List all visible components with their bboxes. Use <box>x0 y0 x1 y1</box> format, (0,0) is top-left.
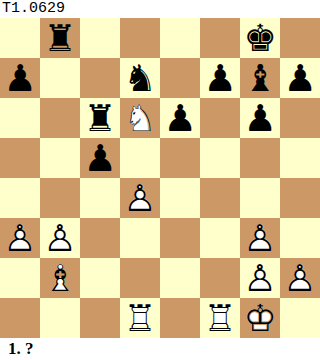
square-h1[interactable] <box>280 298 320 338</box>
square-a6[interactable] <box>0 98 40 138</box>
square-f5[interactable] <box>200 138 240 178</box>
move-prompt: 1. ? <box>0 338 320 360</box>
square-h8[interactable] <box>280 18 320 58</box>
white-piece-outline: ♙ <box>120 178 160 218</box>
black-pawn-icon[interactable]: ♟ <box>160 98 200 138</box>
white-pawn-icon[interactable]: ♟♙ <box>280 258 320 298</box>
square-f6[interactable] <box>200 98 240 138</box>
white-piece-outline: ♔ <box>240 298 280 338</box>
black-king-icon[interactable]: ♚ <box>240 18 280 58</box>
black-pawn-icon[interactable]: ♟ <box>0 58 40 98</box>
square-b1[interactable] <box>40 298 80 338</box>
square-f3[interactable] <box>200 218 240 258</box>
black-piece-glyph: ♚ <box>240 18 280 58</box>
black-piece-glyph: ♟ <box>80 138 120 178</box>
square-e1[interactable] <box>160 298 200 338</box>
white-piece-outline: ♙ <box>40 218 80 258</box>
black-knight-icon[interactable]: ♞ <box>120 58 160 98</box>
square-c7[interactable] <box>80 58 120 98</box>
black-piece-glyph: ♟ <box>280 58 320 98</box>
black-pawn-icon[interactable]: ♟ <box>280 58 320 98</box>
white-piece-outline: ♗ <box>40 258 80 298</box>
square-b5[interactable] <box>40 138 80 178</box>
square-a4[interactable] <box>0 178 40 218</box>
square-h6[interactable] <box>280 98 320 138</box>
square-b6[interactable] <box>40 98 80 138</box>
diagram-title: T1.0629 <box>0 0 320 18</box>
square-a3[interactable]: ♟♙ <box>0 218 40 258</box>
square-a1[interactable] <box>0 298 40 338</box>
square-g6[interactable]: ♟ <box>240 98 280 138</box>
square-c8[interactable] <box>80 18 120 58</box>
black-piece-glyph: ♝ <box>240 58 280 98</box>
square-d7[interactable]: ♞ <box>120 58 160 98</box>
black-piece-glyph: ♞ <box>120 58 160 98</box>
square-e8[interactable] <box>160 18 200 58</box>
black-piece-glyph: ♜ <box>80 98 120 138</box>
square-g2[interactable]: ♟♙ <box>240 258 280 298</box>
square-b7[interactable] <box>40 58 80 98</box>
white-piece-outline: ♙ <box>240 218 280 258</box>
white-piece-outline: ♖ <box>200 298 240 338</box>
square-d5[interactable] <box>120 138 160 178</box>
white-bishop-icon[interactable]: ♝♗ <box>40 258 80 298</box>
square-h4[interactable] <box>280 178 320 218</box>
square-d2[interactable] <box>120 258 160 298</box>
square-f2[interactable] <box>200 258 240 298</box>
black-rook-icon[interactable]: ♜ <box>40 18 80 58</box>
square-g1[interactable]: ♚♔ <box>240 298 280 338</box>
square-d4[interactable]: ♟♙ <box>120 178 160 218</box>
square-d1[interactable]: ♜♖ <box>120 298 160 338</box>
square-d6[interactable]: ♞♘ <box>120 98 160 138</box>
square-c4[interactable] <box>80 178 120 218</box>
square-d8[interactable] <box>120 18 160 58</box>
square-e5[interactable] <box>160 138 200 178</box>
black-piece-glyph: ♟ <box>200 58 240 98</box>
square-f4[interactable] <box>200 178 240 218</box>
black-pawn-icon[interactable]: ♟ <box>240 98 280 138</box>
square-e7[interactable] <box>160 58 200 98</box>
square-c5[interactable]: ♟ <box>80 138 120 178</box>
black-pawn-icon[interactable]: ♟ <box>80 138 120 178</box>
white-king-icon[interactable]: ♚♔ <box>240 298 280 338</box>
square-g7[interactable]: ♝ <box>240 58 280 98</box>
square-h7[interactable]: ♟ <box>280 58 320 98</box>
square-h3[interactable] <box>280 218 320 258</box>
white-piece-outline: ♙ <box>240 258 280 298</box>
square-b4[interactable] <box>40 178 80 218</box>
square-g5[interactable] <box>240 138 280 178</box>
white-pawn-icon[interactable]: ♟♙ <box>120 178 160 218</box>
white-piece-outline: ♙ <box>0 218 40 258</box>
white-rook-icon[interactable]: ♜♖ <box>200 298 240 338</box>
square-d3[interactable] <box>120 218 160 258</box>
square-c3[interactable] <box>80 218 120 258</box>
square-c6[interactable]: ♜ <box>80 98 120 138</box>
square-b2[interactable]: ♝♗ <box>40 258 80 298</box>
white-pawn-icon[interactable]: ♟♙ <box>240 258 280 298</box>
chess-diagram-page: T1.0629 ♜♚♟♞♟♝♟♜♞♘♟♟♟♟♙♟♙♟♙♟♙♝♗♟♙♟♙♜♖♜♖♚… <box>0 0 320 360</box>
square-e2[interactable] <box>160 258 200 298</box>
square-a2[interactable] <box>0 258 40 298</box>
white-pawn-icon[interactable]: ♟♙ <box>0 218 40 258</box>
chess-board: ♜♚♟♞♟♝♟♜♞♘♟♟♟♟♙♟♙♟♙♟♙♝♗♟♙♟♙♜♖♜♖♚♔ <box>0 18 320 338</box>
white-piece-outline: ♙ <box>280 258 320 298</box>
square-e4[interactable] <box>160 178 200 218</box>
black-rook-icon[interactable]: ♜ <box>80 98 120 138</box>
square-a5[interactable] <box>0 138 40 178</box>
black-piece-glyph: ♟ <box>0 58 40 98</box>
square-f1[interactable]: ♜♖ <box>200 298 240 338</box>
square-g3[interactable]: ♟♙ <box>240 218 280 258</box>
black-pawn-icon[interactable]: ♟ <box>200 58 240 98</box>
white-piece-outline: ♘ <box>120 98 160 138</box>
square-h5[interactable] <box>280 138 320 178</box>
white-rook-icon[interactable]: ♜♖ <box>120 298 160 338</box>
square-a8[interactable] <box>0 18 40 58</box>
square-c2[interactable] <box>80 258 120 298</box>
white-piece-outline: ♖ <box>120 298 160 338</box>
square-c1[interactable] <box>80 298 120 338</box>
square-h2[interactable]: ♟♙ <box>280 258 320 298</box>
black-piece-glyph: ♟ <box>160 98 200 138</box>
square-g4[interactable] <box>240 178 280 218</box>
square-b3[interactable]: ♟♙ <box>40 218 80 258</box>
white-knight-icon[interactable]: ♞♘ <box>120 98 160 138</box>
square-f7[interactable]: ♟ <box>200 58 240 98</box>
square-g8[interactable]: ♚ <box>240 18 280 58</box>
square-a7[interactable]: ♟ <box>0 58 40 98</box>
square-e3[interactable] <box>160 218 200 258</box>
black-piece-glyph: ♟ <box>240 98 280 138</box>
black-piece-glyph: ♜ <box>40 18 80 58</box>
square-f8[interactable] <box>200 18 240 58</box>
white-pawn-icon[interactable]: ♟♙ <box>240 218 280 258</box>
white-pawn-icon[interactable]: ♟♙ <box>40 218 80 258</box>
black-bishop-icon[interactable]: ♝ <box>240 58 280 98</box>
square-b8[interactable]: ♜ <box>40 18 80 58</box>
square-e6[interactable]: ♟ <box>160 98 200 138</box>
